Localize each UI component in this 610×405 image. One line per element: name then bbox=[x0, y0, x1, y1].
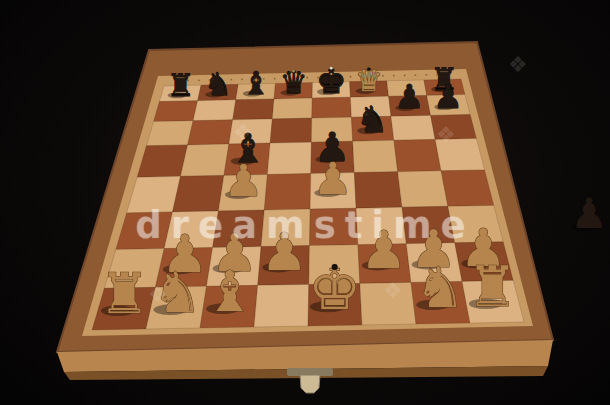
square-d1[interactable] bbox=[254, 284, 309, 327]
square-h4[interactable] bbox=[441, 170, 494, 206]
square-b7[interactable] bbox=[193, 100, 236, 121]
square-e3[interactable] bbox=[310, 208, 358, 245]
square-b4[interactable] bbox=[173, 175, 224, 212]
square-h5[interactable] bbox=[435, 139, 484, 171]
black-bishop-c8[interactable]: ♝ bbox=[242, 65, 270, 101]
square-f1[interactable] bbox=[360, 282, 416, 325]
black-king-e8-finial bbox=[329, 66, 332, 69]
margin-speckle bbox=[274, 78, 276, 80]
margin-speckle bbox=[415, 74, 417, 76]
black-rook-a8[interactable]: ♜ bbox=[167, 67, 195, 103]
margin-speckle bbox=[404, 75, 406, 77]
square-d4[interactable] bbox=[264, 174, 311, 211]
square-b5[interactable] bbox=[181, 144, 229, 176]
chess-photo-scene: ♜♞♝♛♚♛♜♟♟♞♝♟♟♟♟♟♟♟♟♟♜♞♝♚♞♜♟ dreamstime ❖… bbox=[0, 0, 610, 405]
white-pawn-d2[interactable]: ♟ bbox=[261, 222, 308, 282]
white-rook-h1[interactable]: ♜ bbox=[467, 254, 517, 319]
clasp-latch bbox=[300, 375, 320, 393]
square-d7[interactable] bbox=[272, 98, 312, 119]
white-rook-a1[interactable]: ♜ bbox=[99, 261, 149, 326]
margin-speckle bbox=[198, 79, 200, 81]
black-queen-d8-finial bbox=[292, 69, 295, 72]
margin-speckle bbox=[350, 76, 352, 78]
square-f5[interactable] bbox=[353, 140, 398, 172]
square-c7[interactable] bbox=[233, 99, 274, 120]
white-pawn-e4[interactable]: ♟ bbox=[313, 153, 352, 204]
square-g6[interactable] bbox=[391, 115, 435, 140]
white-queen-f8-finial bbox=[367, 68, 370, 71]
square-g4[interactable] bbox=[398, 171, 448, 207]
square-a6[interactable] bbox=[146, 121, 193, 146]
square-f4[interactable] bbox=[354, 172, 402, 209]
square-d6[interactable] bbox=[270, 118, 312, 143]
white-pawn-c4[interactable]: ♟ bbox=[224, 155, 263, 206]
black-pawn-g7[interactable]: ♟ bbox=[394, 77, 424, 116]
white-pawn-f2[interactable]: ♟ bbox=[360, 220, 407, 280]
square-g5[interactable] bbox=[394, 139, 441, 171]
square-h6[interactable] bbox=[431, 115, 477, 140]
square-a7[interactable] bbox=[154, 101, 198, 122]
chessboard: ♜♞♝♛♚♛♜♟♟♞♝♟♟♟♟♟♟♟♟♟♜♞♝♚♞♜♟ bbox=[0, 0, 610, 405]
black-knight-b8[interactable]: ♞ bbox=[204, 66, 232, 102]
captured-black-pawn[interactable]: ♟ bbox=[570, 189, 608, 238]
square-d5[interactable] bbox=[267, 142, 311, 174]
white-king-e1-finial bbox=[332, 264, 338, 270]
margin-speckle bbox=[425, 74, 427, 76]
white-knight-b1[interactable]: ♞ bbox=[152, 260, 202, 325]
white-bishop-c1[interactable]: ♝ bbox=[204, 259, 254, 324]
white-knight-g1[interactable]: ♞ bbox=[415, 255, 465, 320]
margin-speckle bbox=[393, 75, 395, 77]
square-b6[interactable] bbox=[188, 120, 233, 145]
black-knight-f6[interactable]: ♞ bbox=[356, 99, 388, 140]
black-pawn-h7[interactable]: ♟ bbox=[433, 77, 463, 116]
